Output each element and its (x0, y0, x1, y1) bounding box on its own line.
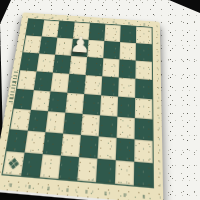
square-d3 (63, 113, 82, 135)
square-g6 (119, 59, 136, 78)
square-g1 (115, 160, 134, 185)
square-h7 (136, 43, 152, 62)
square-f5 (101, 76, 119, 96)
square-c3 (45, 111, 65, 133)
square-h5 (135, 79, 152, 99)
square-f8 (104, 24, 120, 42)
board-grid: ♟❖ (1, 18, 154, 188)
square-d5 (67, 74, 85, 94)
scene-photo: ♟❖ (0, 0, 200, 200)
square-f3 (99, 115, 118, 138)
square-d4 (65, 93, 84, 114)
square-h2 (134, 139, 153, 163)
square-g7 (119, 42, 135, 61)
square-c5 (51, 73, 70, 93)
square-g5 (118, 78, 135, 98)
square-h3 (135, 118, 153, 141)
square-g8 (120, 26, 136, 44)
square-g4 (117, 97, 135, 118)
corner-emblem-icon: ❖ (6, 155, 21, 171)
square-c6 (53, 55, 71, 74)
square-e6 (86, 57, 104, 76)
square-c1 (40, 154, 61, 179)
square-f4 (100, 95, 118, 116)
chess-board: ♟❖ (0, 12, 163, 200)
square-c4 (48, 91, 67, 112)
square-f2 (97, 136, 116, 160)
square-h4 (135, 98, 153, 120)
white-pawn: ♟ (69, 34, 92, 57)
square-d6 (69, 56, 87, 75)
square-h1 (134, 162, 153, 187)
square-e3 (81, 114, 100, 136)
square-h8 (136, 27, 152, 45)
square-d1 (58, 156, 79, 181)
square-e4 (83, 94, 102, 115)
square-f7 (103, 41, 120, 59)
square-h6 (135, 61, 152, 80)
square-f1 (96, 159, 116, 184)
square-e5 (84, 75, 102, 95)
square-e1 (77, 157, 97, 182)
square-f6 (102, 58, 119, 77)
square-d7: ♟ (71, 39, 88, 57)
square-g2 (116, 138, 135, 162)
square-c2 (43, 132, 63, 156)
square-e2 (79, 135, 99, 159)
square-g3 (117, 117, 135, 140)
square-d2 (61, 134, 81, 158)
